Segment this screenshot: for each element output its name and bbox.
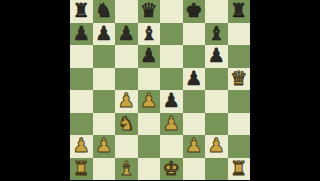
- square-g5[interactable]: [205, 68, 228, 91]
- letterbox-right: [250, 0, 320, 180]
- square-g4[interactable]: [205, 90, 228, 113]
- square-e1[interactable]: ♚: [160, 158, 183, 181]
- square-a6[interactable]: [70, 45, 93, 68]
- square-h8[interactable]: ♜: [228, 0, 251, 23]
- square-f3[interactable]: [183, 113, 206, 136]
- piece-black-pawn[interactable]: ♟: [118, 23, 135, 45]
- piece-black-pawn[interactable]: ♟: [208, 45, 225, 67]
- square-g1[interactable]: [205, 158, 228, 181]
- piece-black-bishop[interactable]: ♝: [208, 23, 225, 45]
- square-b6[interactable]: [93, 45, 116, 68]
- square-c8[interactable]: [115, 0, 138, 23]
- square-a2[interactable]: ♟: [70, 135, 93, 158]
- square-d8[interactable]: ♛: [138, 0, 161, 23]
- square-b3[interactable]: [93, 113, 116, 136]
- square-b2[interactable]: ♟: [93, 135, 116, 158]
- piece-black-queen[interactable]: ♛: [140, 0, 157, 22]
- square-g2[interactable]: ♟: [205, 135, 228, 158]
- piece-white-pawn[interactable]: ♟: [185, 135, 202, 157]
- piece-black-pawn[interactable]: ♟: [95, 23, 112, 45]
- square-b5[interactable]: [93, 68, 116, 91]
- piece-black-king[interactable]: ♚: [185, 0, 202, 22]
- piece-black-knight[interactable]: ♞: [95, 0, 112, 22]
- piece-white-king[interactable]: ♚: [163, 158, 180, 180]
- square-h2[interactable]: [228, 135, 251, 158]
- piece-black-pawn[interactable]: ♟: [140, 45, 157, 67]
- square-f4[interactable]: [183, 90, 206, 113]
- square-d5[interactable]: [138, 68, 161, 91]
- piece-white-pawn[interactable]: ♟: [95, 135, 112, 157]
- square-e8[interactable]: [160, 0, 183, 23]
- square-b7[interactable]: ♟: [93, 23, 116, 46]
- square-d3[interactable]: [138, 113, 161, 136]
- square-a8[interactable]: ♜: [70, 0, 93, 23]
- square-c3[interactable]: ♞: [115, 113, 138, 136]
- chess-board[interactable]: ♜♞♛♚♜♟♟♟♝♝♟♟♟♛♟♟♟♞♟♟♟♟♟♜♝♚♜: [70, 0, 250, 180]
- square-d4[interactable]: ♟: [138, 90, 161, 113]
- square-c6[interactable]: [115, 45, 138, 68]
- piece-black-rook[interactable]: ♜: [230, 0, 247, 22]
- square-d1[interactable]: [138, 158, 161, 181]
- piece-black-rook[interactable]: ♜: [73, 0, 90, 22]
- square-a7[interactable]: ♟: [70, 23, 93, 46]
- piece-black-bishop[interactable]: ♝: [140, 23, 157, 45]
- square-h1[interactable]: ♜: [228, 158, 251, 181]
- square-g6[interactable]: ♟: [205, 45, 228, 68]
- square-b8[interactable]: ♞: [93, 0, 116, 23]
- square-c1[interactable]: ♝: [115, 158, 138, 181]
- square-d6[interactable]: ♟: [138, 45, 161, 68]
- square-a1[interactable]: ♜: [70, 158, 93, 181]
- piece-black-pawn[interactable]: ♟: [163, 90, 180, 112]
- square-c4[interactable]: ♟: [115, 90, 138, 113]
- square-f6[interactable]: [183, 45, 206, 68]
- video-frame: ♜♞♛♚♜♟♟♟♝♝♟♟♟♛♟♟♟♞♟♟♟♟♟♜♝♚♜: [0, 0, 320, 180]
- square-f1[interactable]: [183, 158, 206, 181]
- square-e3[interactable]: ♟: [160, 113, 183, 136]
- square-e7[interactable]: [160, 23, 183, 46]
- letterbox-left: [0, 0, 70, 180]
- square-g8[interactable]: [205, 0, 228, 23]
- square-a4[interactable]: [70, 90, 93, 113]
- square-c2[interactable]: [115, 135, 138, 158]
- square-e4[interactable]: ♟: [160, 90, 183, 113]
- square-c5[interactable]: [115, 68, 138, 91]
- piece-white-pawn[interactable]: ♟: [73, 135, 90, 157]
- square-b1[interactable]: [93, 158, 116, 181]
- square-e6[interactable]: [160, 45, 183, 68]
- square-h6[interactable]: [228, 45, 251, 68]
- square-f8[interactable]: ♚: [183, 0, 206, 23]
- square-h3[interactable]: [228, 113, 251, 136]
- piece-white-rook[interactable]: ♜: [73, 158, 90, 180]
- square-f7[interactable]: [183, 23, 206, 46]
- piece-white-pawn[interactable]: ♟: [208, 135, 225, 157]
- square-c7[interactable]: ♟: [115, 23, 138, 46]
- square-h4[interactable]: [228, 90, 251, 113]
- piece-white-pawn[interactable]: ♟: [163, 113, 180, 135]
- piece-white-queen[interactable]: ♛: [230, 68, 247, 90]
- square-g3[interactable]: [205, 113, 228, 136]
- square-d2[interactable]: [138, 135, 161, 158]
- square-f2[interactable]: ♟: [183, 135, 206, 158]
- piece-black-pawn[interactable]: ♟: [185, 68, 202, 90]
- square-h7[interactable]: [228, 23, 251, 46]
- square-g7[interactable]: ♝: [205, 23, 228, 46]
- square-f5[interactable]: ♟: [183, 68, 206, 91]
- piece-white-pawn[interactable]: ♟: [140, 90, 157, 112]
- piece-black-pawn[interactable]: ♟: [73, 23, 90, 45]
- piece-white-knight[interactable]: ♞: [118, 113, 135, 135]
- square-b4[interactable]: [93, 90, 116, 113]
- piece-white-rook[interactable]: ♜: [230, 158, 247, 180]
- square-a3[interactable]: [70, 113, 93, 136]
- square-e5[interactable]: [160, 68, 183, 91]
- square-h5[interactable]: ♛: [228, 68, 251, 91]
- square-e2[interactable]: [160, 135, 183, 158]
- square-a5[interactable]: [70, 68, 93, 91]
- piece-white-pawn[interactable]: ♟: [118, 90, 135, 112]
- square-d7[interactable]: ♝: [138, 23, 161, 46]
- piece-white-bishop[interactable]: ♝: [118, 158, 135, 180]
